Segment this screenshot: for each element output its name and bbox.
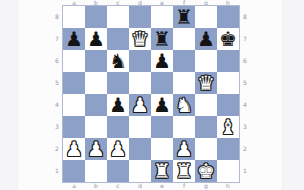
chess-board-diagram: abcdefgh 87654321 ♜♟♟♛♜♟♚♞♟♛♟♟♟♞♝♟♟♟♟♜♜♚…: [52, 0, 250, 190]
square-h4[interactable]: [217, 94, 239, 116]
square-b5[interactable]: [85, 72, 107, 94]
letterbox-left: [0, 0, 18, 190]
rank-label-2: 2: [240, 138, 250, 160]
square-c8[interactable]: [107, 6, 129, 28]
square-b6[interactable]: [85, 50, 107, 72]
square-b2[interactable]: ♟: [85, 138, 107, 160]
black-pawn: ♟: [87, 28, 105, 50]
black-pawn: ♟: [197, 28, 215, 50]
square-d6[interactable]: [129, 50, 151, 72]
square-f1[interactable]: ♜: [173, 160, 195, 182]
square-b4[interactable]: [85, 94, 107, 116]
square-e3[interactable]: [151, 116, 173, 138]
square-c4[interactable]: ♟: [107, 94, 129, 116]
square-a3[interactable]: [63, 116, 85, 138]
square-a7[interactable]: ♟: [63, 28, 85, 50]
square-a6[interactable]: [63, 50, 85, 72]
square-b3[interactable]: [85, 116, 107, 138]
square-e7[interactable]: ♜: [151, 28, 173, 50]
square-f4[interactable]: ♞: [173, 94, 195, 116]
black-king: ♚: [219, 28, 237, 50]
square-h5[interactable]: [217, 72, 239, 94]
rank-label-6: 6: [52, 50, 62, 72]
rank-label-4: 4: [240, 94, 250, 116]
square-f7[interactable]: [173, 28, 195, 50]
square-h8[interactable]: [217, 6, 239, 28]
rank-label-4: 4: [52, 94, 62, 116]
square-g4[interactable]: [195, 94, 217, 116]
white-rook: ♜: [153, 160, 171, 182]
white-rook: ♜: [175, 160, 193, 182]
file-label-d: d: [129, 183, 151, 189]
white-pawn: ♟: [109, 138, 127, 160]
square-c6[interactable]: ♞: [107, 50, 129, 72]
square-a5[interactable]: [63, 72, 85, 94]
square-f3[interactable]: [173, 116, 195, 138]
file-label-a: a: [63, 183, 85, 189]
rank-label-1: 1: [52, 160, 62, 182]
square-h2[interactable]: [217, 138, 239, 160]
file-label-f: f: [173, 183, 195, 189]
rank-label-2: 2: [52, 138, 62, 160]
square-h7[interactable]: ♚: [217, 28, 239, 50]
white-pawn: ♟: [65, 138, 83, 160]
square-d8[interactable]: [129, 6, 151, 28]
white-pawn: ♟: [87, 138, 105, 160]
rank-label-1: 1: [240, 160, 250, 182]
square-g8[interactable]: [195, 6, 217, 28]
rank-label-6: 6: [240, 50, 250, 72]
square-e6[interactable]: ♟: [151, 50, 173, 72]
square-d4[interactable]: ♟: [129, 94, 151, 116]
file-label-c: c: [107, 183, 129, 189]
rank-label-8: 8: [52, 6, 62, 28]
square-e8[interactable]: [151, 6, 173, 28]
square-c7[interactable]: [107, 28, 129, 50]
file-label-e: e: [151, 183, 173, 189]
square-g3[interactable]: [195, 116, 217, 138]
white-king: ♚: [197, 160, 215, 182]
rank-label-8: 8: [240, 6, 250, 28]
square-a8[interactable]: [63, 6, 85, 28]
square-c5[interactable]: [107, 72, 129, 94]
rank-label-7: 7: [52, 28, 62, 50]
square-c2[interactable]: ♟: [107, 138, 129, 160]
white-queen: ♛: [197, 72, 215, 94]
rank-labels-right: 87654321: [240, 5, 250, 183]
square-d2[interactable]: [129, 138, 151, 160]
square-e5[interactable]: [151, 72, 173, 94]
rank-label-5: 5: [240, 72, 250, 94]
square-b7[interactable]: ♟: [85, 28, 107, 50]
black-pawn: ♟: [65, 28, 83, 50]
rank-label-3: 3: [240, 116, 250, 138]
square-e2[interactable]: [151, 138, 173, 160]
square-f5[interactable]: [173, 72, 195, 94]
square-g6[interactable]: [195, 50, 217, 72]
square-e1[interactable]: ♜: [151, 160, 173, 182]
square-h6[interactable]: [217, 50, 239, 72]
rank-label-5: 5: [52, 72, 62, 94]
file-label-h: h: [217, 183, 239, 189]
white-pawn: ♟: [131, 94, 149, 116]
square-c3[interactable]: [107, 116, 129, 138]
square-b1[interactable]: [85, 160, 107, 182]
square-g2[interactable]: [195, 138, 217, 160]
square-a4[interactable]: [63, 94, 85, 116]
square-d5[interactable]: [129, 72, 151, 94]
square-f8[interactable]: ♜: [173, 6, 195, 28]
black-knight: ♞: [109, 50, 127, 72]
square-d7[interactable]: ♛: [129, 28, 151, 50]
square-f2[interactable]: ♟: [173, 138, 195, 160]
square-g5[interactable]: ♛: [195, 72, 217, 94]
square-e4[interactable]: ♟: [151, 94, 173, 116]
square-a1[interactable]: [63, 160, 85, 182]
white-knight: ♞: [175, 94, 193, 116]
black-rook: ♜: [175, 6, 193, 28]
file-labels-bottom: abcdefgh: [62, 183, 240, 190]
black-pawn: ♟: [153, 94, 171, 116]
black-pawn: ♟: [153, 50, 171, 72]
rank-labels-left: 87654321: [52, 5, 62, 183]
white-queen: ♛: [131, 28, 149, 50]
black-pawn: ♟: [109, 94, 127, 116]
white-pawn: ♟: [175, 138, 193, 160]
chess-board: ♜♟♟♛♜♟♚♞♟♛♟♟♟♞♝♟♟♟♟♜♜♚: [62, 5, 240, 183]
square-g1[interactable]: ♚: [195, 160, 217, 182]
square-d3[interactable]: [129, 116, 151, 138]
square-c1[interactable]: [107, 160, 129, 182]
letterbox-right: [282, 0, 304, 190]
square-f6[interactable]: [173, 50, 195, 72]
rank-label-7: 7: [240, 28, 250, 50]
file-label-g: g: [195, 183, 217, 189]
white-bishop: ♝: [219, 116, 237, 138]
square-b8[interactable]: [85, 6, 107, 28]
square-h1[interactable]: [217, 160, 239, 182]
square-h3[interactable]: ♝: [217, 116, 239, 138]
file-label-b: b: [85, 183, 107, 189]
square-d1[interactable]: [129, 160, 151, 182]
square-g7[interactable]: ♟: [195, 28, 217, 50]
black-rook: ♜: [153, 28, 171, 50]
rank-label-3: 3: [52, 116, 62, 138]
square-a2[interactable]: ♟: [63, 138, 85, 160]
